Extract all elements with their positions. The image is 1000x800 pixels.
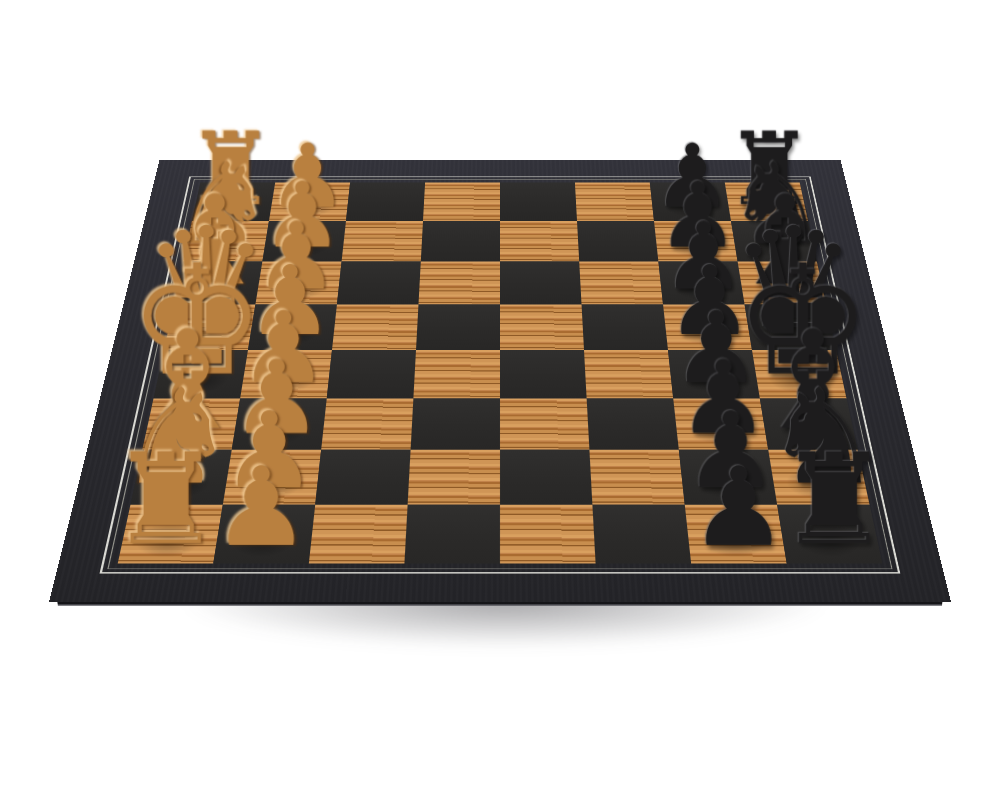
square-g4[interactable]	[408, 450, 500, 505]
square-e6[interactable]	[584, 350, 673, 398]
square-f4[interactable]	[411, 398, 500, 449]
square-h3[interactable]	[309, 505, 408, 564]
square-c6[interactable]	[579, 262, 663, 305]
square-a4[interactable]	[423, 183, 500, 221]
square-f3[interactable]	[321, 398, 413, 449]
board-frame: ♜♟♟♜♞♟♟♞♝♟♟♝♛♟♟♛♚♟♟♚♝♟♟♝♞♟♟♞♜♟♟♜	[49, 160, 951, 602]
white-rook[interactable]: ♜	[110, 437, 222, 562]
square-d6[interactable]	[582, 304, 668, 350]
board-grid: ♜♟♟♜♞♟♟♞♝♟♟♝♛♟♟♛♚♟♟♚♝♟♟♝♞♟♟♞♜♟♟♜	[118, 183, 883, 564]
chess-set-photo: ♜♟♟♜♞♟♟♞♝♟♟♝♛♟♟♛♚♟♟♚♝♟♟♝♞♟♟♞♜♟♟♜	[0, 0, 1000, 800]
square-h7[interactable]: ♟	[685, 505, 787, 564]
square-a3[interactable]	[346, 183, 425, 221]
square-c4[interactable]	[418, 262, 500, 305]
square-h1[interactable]: ♜	[118, 505, 223, 564]
white-pawn[interactable]: ♟	[212, 453, 310, 562]
square-g6[interactable]	[589, 450, 684, 505]
square-e4[interactable]	[413, 350, 500, 398]
square-d4[interactable]	[416, 304, 500, 350]
square-c3[interactable]	[337, 262, 421, 305]
square-h2[interactable]: ♟	[213, 505, 315, 564]
square-d5[interactable]	[500, 304, 584, 350]
square-d3[interactable]	[332, 304, 418, 350]
square-g3[interactable]	[315, 450, 410, 505]
playing-area: ♜♟♟♜♞♟♟♞♝♟♟♝♛♟♟♛♚♟♟♚♝♟♟♝♞♟♟♞♜♟♟♜	[99, 176, 900, 573]
square-f5[interactable]	[500, 398, 589, 449]
square-h8[interactable]: ♜	[777, 505, 882, 564]
square-g5[interactable]	[500, 450, 592, 505]
square-b4[interactable]	[421, 221, 500, 262]
square-h6[interactable]	[592, 505, 691, 564]
square-h4[interactable]	[404, 505, 500, 564]
square-e3[interactable]	[327, 350, 416, 398]
square-f6[interactable]	[587, 398, 679, 449]
black-rook[interactable]: ♜	[778, 437, 890, 562]
chess-board: ♜♟♟♜♞♟♟♞♝♟♟♝♛♟♟♛♚♟♟♚♝♟♟♝♞♟♟♞♜♟♟♜	[49, 160, 951, 602]
square-h5[interactable]	[500, 505, 596, 564]
perspective-wrapper: ♜♟♟♜♞♟♟♞♝♟♟♝♛♟♟♛♚♟♟♚♝♟♟♝♞♟♟♞♜♟♟♜	[0, 0, 1000, 800]
square-c5[interactable]	[500, 262, 582, 305]
square-b5[interactable]	[500, 221, 579, 262]
square-b6[interactable]	[577, 221, 658, 262]
square-a5[interactable]	[500, 183, 577, 221]
square-b3[interactable]	[342, 221, 423, 262]
black-pawn[interactable]: ♟	[690, 453, 788, 562]
square-e5[interactable]	[500, 350, 587, 398]
square-a6[interactable]	[575, 183, 654, 221]
